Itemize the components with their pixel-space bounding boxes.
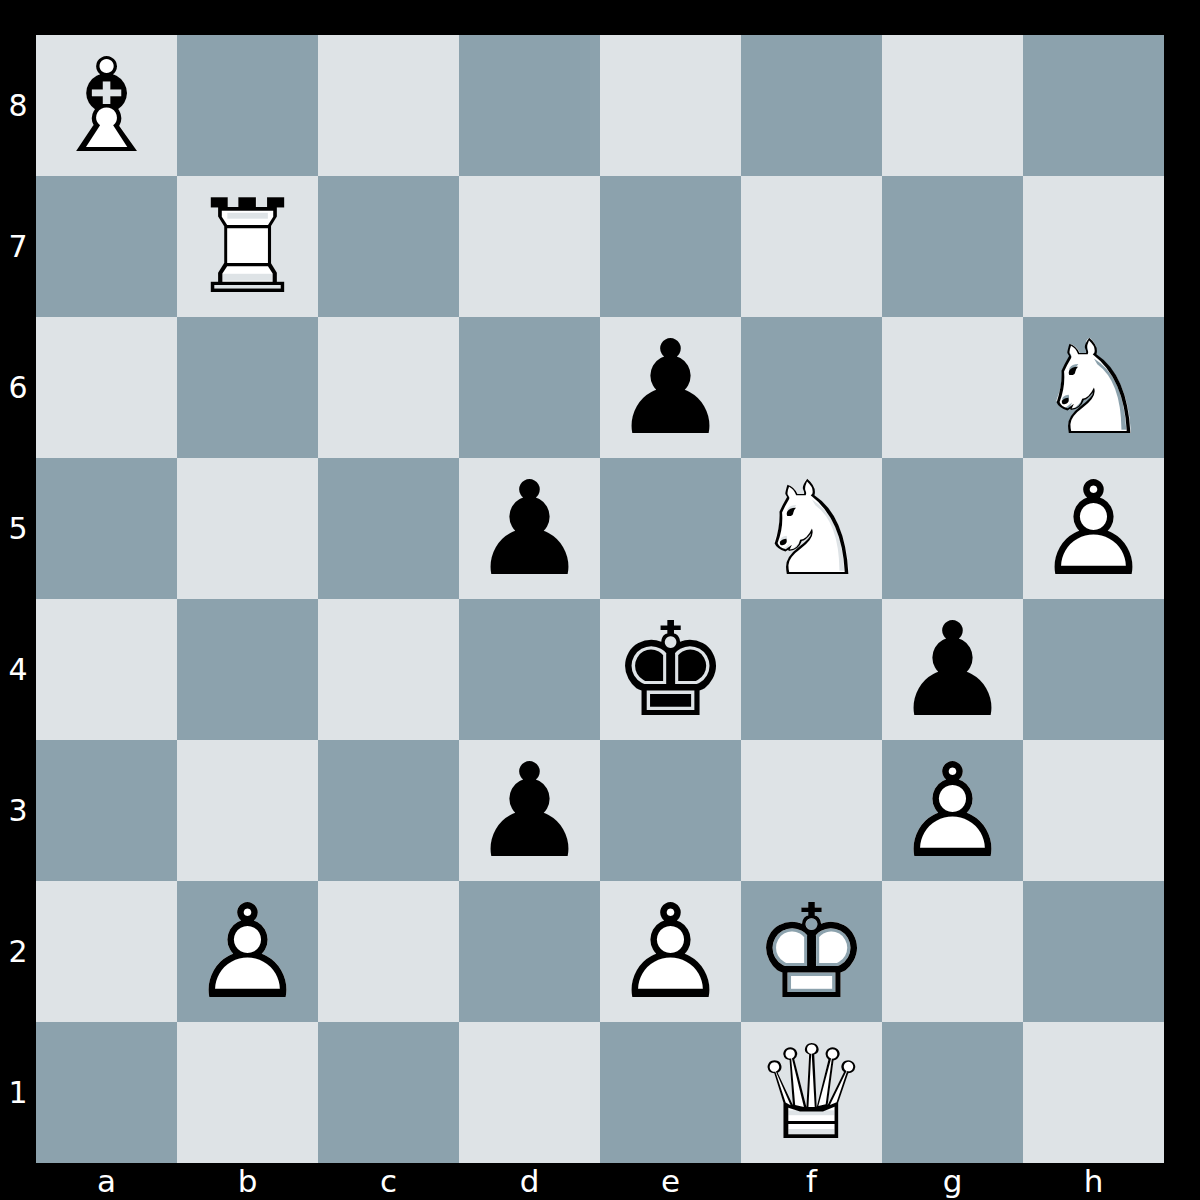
square-b6[interactable] [177, 317, 318, 458]
square-d1[interactable] [459, 1022, 600, 1163]
white-king[interactable]: ♚♔ [741, 881, 882, 1022]
white-piece-outline: ♙ [882, 740, 1023, 881]
white-piece-fill: ♟ [177, 881, 318, 1022]
square-c5[interactable] [318, 458, 459, 599]
black-pawn[interactable]: ♟ [459, 740, 600, 881]
square-g6[interactable] [882, 317, 1023, 458]
white-pawn[interactable]: ♟♙ [882, 740, 1023, 881]
square-h2[interactable] [1023, 881, 1164, 1022]
rank-label-4: 4 [0, 599, 36, 740]
black-piece-glyph: ♟ [459, 458, 600, 599]
file-label-d: d [459, 1163, 600, 1200]
white-piece-fill: ♟ [882, 740, 1023, 881]
file-label-h: h [1023, 1163, 1164, 1200]
square-b3[interactable] [177, 740, 318, 881]
white-piece-fill: ♞ [1023, 317, 1164, 458]
square-h8[interactable] [1023, 35, 1164, 176]
square-e3[interactable] [600, 740, 741, 881]
square-d5[interactable]: ♟ [459, 458, 600, 599]
black-pawn[interactable]: ♟ [882, 599, 1023, 740]
rank-label-5: 5 [0, 458, 36, 599]
square-c1[interactable] [318, 1022, 459, 1163]
square-c6[interactable] [318, 317, 459, 458]
file-label-c: c [318, 1163, 459, 1200]
square-b7[interactable]: ♜♖ [177, 176, 318, 317]
square-f4[interactable] [741, 599, 882, 740]
square-d2[interactable] [459, 881, 600, 1022]
file-label-b: b [177, 1163, 318, 1200]
white-pawn[interactable]: ♟♙ [600, 881, 741, 1022]
square-a6[interactable] [36, 317, 177, 458]
square-e6[interactable]: ♟ [600, 317, 741, 458]
file-label-a: a [36, 1163, 177, 1200]
square-a5[interactable] [36, 458, 177, 599]
square-e7[interactable] [600, 176, 741, 317]
square-e4[interactable]: ♚ [600, 599, 741, 740]
white-bishop[interactable]: ♝♗ [36, 35, 177, 176]
square-c2[interactable] [318, 881, 459, 1022]
square-a7[interactable] [36, 176, 177, 317]
square-f6[interactable] [741, 317, 882, 458]
white-piece-fill: ♞ [741, 458, 882, 599]
rank-label-1: 1 [0, 1022, 36, 1163]
white-piece-outline: ♘ [1023, 317, 1164, 458]
square-a3[interactable] [36, 740, 177, 881]
white-piece-outline: ♔ [741, 881, 882, 1022]
square-d7[interactable] [459, 176, 600, 317]
file-label-f: f [741, 1163, 882, 1200]
black-piece-glyph: ♟ [600, 317, 741, 458]
white-rook[interactable]: ♜♖ [177, 176, 318, 317]
square-a4[interactable] [36, 599, 177, 740]
square-f5[interactable]: ♞♘ [741, 458, 882, 599]
white-piece-fill: ♛ [741, 1022, 882, 1163]
square-b2[interactable]: ♟♙ [177, 881, 318, 1022]
white-piece-fill: ♝ [36, 35, 177, 176]
square-g7[interactable] [882, 176, 1023, 317]
square-b1[interactable] [177, 1022, 318, 1163]
file-label-g: g [882, 1163, 1023, 1200]
white-pawn[interactable]: ♟♙ [1023, 458, 1164, 599]
white-piece-outline: ♖ [177, 176, 318, 317]
white-piece-outline: ♗ [36, 35, 177, 176]
square-a8[interactable]: ♝♗ [36, 35, 177, 176]
rank-label-6: 6 [0, 317, 36, 458]
square-d6[interactable] [459, 317, 600, 458]
square-g8[interactable] [882, 35, 1023, 176]
square-f2[interactable]: ♚♔ [741, 881, 882, 1022]
square-e1[interactable] [600, 1022, 741, 1163]
square-f3[interactable] [741, 740, 882, 881]
square-h1[interactable] [1023, 1022, 1164, 1163]
chess-puzzle-diagram: 87654321 ♝♗♜♖♟♞♘♟♞♘♟♙♚♟♟♟♙♟♙♟♙♚♔♛♕ abcde… [0, 0, 1200, 1200]
square-d8[interactable] [459, 35, 600, 176]
black-piece-glyph: ♚ [600, 599, 741, 740]
white-piece-outline: ♙ [1023, 458, 1164, 599]
white-piece-fill: ♟ [1023, 458, 1164, 599]
square-e5[interactable] [600, 458, 741, 599]
chessboard[interactable]: ♝♗♜♖♟♞♘♟♞♘♟♙♚♟♟♟♙♟♙♟♙♚♔♛♕ [36, 35, 1164, 1163]
square-f7[interactable] [741, 176, 882, 317]
square-b5[interactable] [177, 458, 318, 599]
square-d3[interactable]: ♟ [459, 740, 600, 881]
white-knight[interactable]: ♞♘ [741, 458, 882, 599]
white-piece-fill: ♟ [600, 881, 741, 1022]
square-h7[interactable] [1023, 176, 1164, 317]
square-a2[interactable] [36, 881, 177, 1022]
square-g3[interactable]: ♟♙ [882, 740, 1023, 881]
square-a1[interactable] [36, 1022, 177, 1163]
square-e8[interactable] [600, 35, 741, 176]
black-pawn[interactable]: ♟ [600, 317, 741, 458]
square-b8[interactable] [177, 35, 318, 176]
square-b4[interactable] [177, 599, 318, 740]
square-d4[interactable] [459, 599, 600, 740]
square-g5[interactable] [882, 458, 1023, 599]
square-f8[interactable] [741, 35, 882, 176]
square-h6[interactable]: ♞♘ [1023, 317, 1164, 458]
white-piece-outline: ♘ [741, 458, 882, 599]
square-h3[interactable] [1023, 740, 1164, 881]
square-g4[interactable]: ♟ [882, 599, 1023, 740]
white-pawn[interactable]: ♟♙ [177, 881, 318, 1022]
white-piece-outline: ♙ [177, 881, 318, 1022]
black-piece-glyph: ♟ [459, 740, 600, 881]
square-h4[interactable] [1023, 599, 1164, 740]
square-e2[interactable]: ♟♙ [600, 881, 741, 1022]
white-piece-outline: ♕ [741, 1022, 882, 1163]
black-pawn[interactable]: ♟ [459, 458, 600, 599]
white-knight[interactable]: ♞♘ [1023, 317, 1164, 458]
white-piece-fill: ♚ [741, 881, 882, 1022]
white-queen[interactable]: ♛♕ [741, 1022, 882, 1163]
rank-label-8: 8 [0, 35, 36, 176]
white-piece-fill: ♜ [177, 176, 318, 317]
square-g1[interactable] [882, 1022, 1023, 1163]
black-king[interactable]: ♚ [600, 599, 741, 740]
rank-label-7: 7 [0, 176, 36, 317]
black-piece-glyph: ♟ [882, 599, 1023, 740]
file-labels: abcdefgh [36, 1163, 1164, 1200]
file-label-e: e [600, 1163, 741, 1200]
square-c8[interactable] [318, 35, 459, 176]
square-c7[interactable] [318, 176, 459, 317]
square-c4[interactable] [318, 599, 459, 740]
square-h5[interactable]: ♟♙ [1023, 458, 1164, 599]
rank-labels: 87654321 [0, 35, 36, 1163]
square-c3[interactable] [318, 740, 459, 881]
rank-label-2: 2 [0, 881, 36, 1022]
square-g2[interactable] [882, 881, 1023, 1022]
square-f1[interactable]: ♛♕ [741, 1022, 882, 1163]
rank-label-3: 3 [0, 740, 36, 881]
white-piece-outline: ♙ [600, 881, 741, 1022]
